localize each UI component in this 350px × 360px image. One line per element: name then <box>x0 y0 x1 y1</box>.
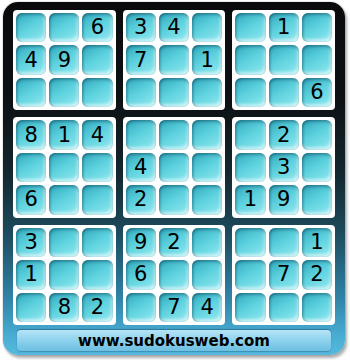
cell-r3c3[interactable] <box>82 78 112 107</box>
cell-r8c9[interactable]: 2 <box>302 260 332 289</box>
cell-r1c2[interactable] <box>49 13 79 42</box>
cell-r5c8[interactable]: 3 <box>269 153 299 182</box>
cell-r3c1[interactable] <box>16 78 46 107</box>
cell-r8c8[interactable]: 7 <box>269 260 299 289</box>
cell-r5c4[interactable]: 4 <box>126 153 156 182</box>
cell-r6c8[interactable]: 9 <box>269 185 299 214</box>
cell-r5c7[interactable] <box>235 153 265 182</box>
cell-r1c5[interactable]: 4 <box>159 13 189 42</box>
box-9: 172 <box>232 225 335 325</box>
cell-r7c8[interactable] <box>269 228 299 257</box>
cell-r4c4[interactable] <box>126 120 156 149</box>
box-5: 42 <box>123 117 226 217</box>
cell-r8c3[interactable] <box>82 260 112 289</box>
cell-r6c2[interactable] <box>49 185 79 214</box>
cell-r9c3[interactable]: 2 <box>82 293 112 322</box>
cell-r1c8[interactable]: 1 <box>269 13 299 42</box>
cell-r2c8[interactable] <box>269 45 299 74</box>
cell-r7c1[interactable]: 3 <box>16 228 46 257</box>
cell-r7c9[interactable]: 1 <box>302 228 332 257</box>
cell-r9c6[interactable]: 4 <box>192 293 222 322</box>
cell-r3c8[interactable] <box>269 78 299 107</box>
cell-r7c4[interactable]: 9 <box>126 228 156 257</box>
site-url-link[interactable]: www.sudokusweb.com <box>78 332 270 350</box>
cell-r3c7[interactable] <box>235 78 265 107</box>
cell-r6c1[interactable]: 6 <box>16 185 46 214</box>
cell-r3c5[interactable] <box>159 78 189 107</box>
cell-r8c1[interactable]: 1 <box>16 260 46 289</box>
cell-r1c6[interactable] <box>192 13 222 42</box>
cell-r3c9[interactable]: 6 <box>302 78 332 107</box>
cell-r1c9[interactable] <box>302 13 332 42</box>
cell-r8c5[interactable] <box>159 260 189 289</box>
cell-r4c7[interactable] <box>235 120 265 149</box>
box-2: 3471 <box>123 10 226 110</box>
cell-r1c3[interactable]: 6 <box>82 13 112 42</box>
cell-r1c7[interactable] <box>235 13 265 42</box>
cell-r4c2[interactable]: 1 <box>49 120 79 149</box>
cell-r5c3[interactable] <box>82 153 112 182</box>
box-4: 8146 <box>13 117 116 217</box>
cell-r4c9[interactable] <box>302 120 332 149</box>
cell-r9c8[interactable] <box>269 293 299 322</box>
cell-r7c5[interactable]: 2 <box>159 228 189 257</box>
cell-r9c9[interactable] <box>302 293 332 322</box>
cell-r8c7[interactable] <box>235 260 265 289</box>
cell-r5c5[interactable] <box>159 153 189 182</box>
cell-r9c4[interactable] <box>126 293 156 322</box>
cell-r9c2[interactable]: 8 <box>49 293 79 322</box>
cell-r6c4[interactable]: 2 <box>126 185 156 214</box>
cell-r2c5[interactable] <box>159 45 189 74</box>
cell-r2c2[interactable]: 9 <box>49 45 79 74</box>
cell-r7c6[interactable] <box>192 228 222 257</box>
footer-bar: www.sudokusweb.com <box>17 330 331 351</box>
cell-r9c7[interactable] <box>235 293 265 322</box>
cell-r4c8[interactable]: 2 <box>269 120 299 149</box>
cell-r7c2[interactable] <box>49 228 79 257</box>
cell-r9c5[interactable]: 7 <box>159 293 189 322</box>
cell-r2c6[interactable]: 1 <box>192 45 222 74</box>
cell-r7c3[interactable] <box>82 228 112 257</box>
cell-r6c6[interactable] <box>192 185 222 214</box>
cell-r1c4[interactable]: 3 <box>126 13 156 42</box>
cell-r2c9[interactable] <box>302 45 332 74</box>
cell-r6c7[interactable]: 1 <box>235 185 265 214</box>
cell-r5c2[interactable] <box>49 153 79 182</box>
box-8: 92674 <box>123 225 226 325</box>
cell-r3c4[interactable] <box>126 78 156 107</box>
cell-r6c9[interactable] <box>302 185 332 214</box>
cell-r6c5[interactable] <box>159 185 189 214</box>
box-3: 16 <box>232 10 335 110</box>
cell-r1c1[interactable] <box>16 13 46 42</box>
cell-r2c1[interactable]: 4 <box>16 45 46 74</box>
cell-r8c6[interactable] <box>192 260 222 289</box>
cell-r5c9[interactable] <box>302 153 332 182</box>
cell-r3c2[interactable] <box>49 78 79 107</box>
sudoku-page: 6493471168146422319318292674172 www.sudo… <box>0 0 350 360</box>
cell-r5c1[interactable] <box>16 153 46 182</box>
cell-r2c3[interactable] <box>82 45 112 74</box>
cell-r5c6[interactable] <box>192 153 222 182</box>
cell-r4c1[interactable]: 8 <box>16 120 46 149</box>
sudoku-grid: 6493471168146422319318292674172 <box>13 10 335 325</box>
box-7: 3182 <box>13 225 116 325</box>
cell-r2c7[interactable] <box>235 45 265 74</box>
box-6: 2319 <box>232 117 335 217</box>
cell-r8c4[interactable]: 6 <box>126 260 156 289</box>
cell-r4c6[interactable] <box>192 120 222 149</box>
cell-r9c1[interactable] <box>16 293 46 322</box>
box-1: 649 <box>13 10 116 110</box>
cell-r4c3[interactable]: 4 <box>82 120 112 149</box>
cell-r3c6[interactable] <box>192 78 222 107</box>
cell-r4c5[interactable] <box>159 120 189 149</box>
cell-r6c3[interactable] <box>82 185 112 214</box>
cell-r2c4[interactable]: 7 <box>126 45 156 74</box>
sudoku-board: 6493471168146422319318292674172 www.sudo… <box>3 2 345 355</box>
cell-r7c7[interactable] <box>235 228 265 257</box>
cell-r8c2[interactable] <box>49 260 79 289</box>
